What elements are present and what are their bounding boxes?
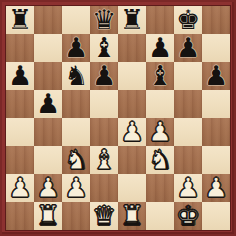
piece-white-pawn[interactable]: ♟ [176,174,200,202]
square-h7[interactable] [202,34,230,62]
piece-black-pawn[interactable]: ♟ [64,34,88,62]
square-b8[interactable] [34,6,62,34]
piece-black-queen[interactable]: ♛ [92,6,116,34]
piece-white-knight[interactable]: ♞ [64,146,88,174]
square-h4[interactable] [202,118,230,146]
square-a8[interactable]: ♜ [6,6,34,34]
piece-black-rook[interactable]: ♜ [8,6,32,34]
square-e7[interactable] [118,34,146,62]
square-c7[interactable]: ♟ [62,34,90,62]
square-g8[interactable]: ♚ [174,6,202,34]
piece-black-bishop[interactable]: ♝ [148,62,172,90]
square-b5[interactable]: ♟ [34,90,62,118]
piece-black-king[interactable]: ♚ [176,6,200,34]
square-b6[interactable] [34,62,62,90]
piece-white-rook[interactable]: ♜ [36,202,60,230]
square-a5[interactable] [6,90,34,118]
square-f5[interactable] [146,90,174,118]
square-g7[interactable]: ♟ [174,34,202,62]
square-f1[interactable] [146,202,174,230]
square-h5[interactable] [202,90,230,118]
square-d5[interactable] [90,90,118,118]
square-c4[interactable] [62,118,90,146]
square-c2[interactable]: ♟ [62,174,90,202]
piece-white-pawn[interactable]: ♟ [8,174,32,202]
square-c5[interactable] [62,90,90,118]
square-f2[interactable] [146,174,174,202]
square-a7[interactable] [6,34,34,62]
square-d4[interactable] [90,118,118,146]
square-d1[interactable]: ♛ [90,202,118,230]
square-e5[interactable] [118,90,146,118]
square-b1[interactable]: ♜ [34,202,62,230]
square-e8[interactable]: ♜ [118,6,146,34]
square-f7[interactable]: ♟ [146,34,174,62]
square-a2[interactable]: ♟ [6,174,34,202]
piece-white-pawn[interactable]: ♟ [148,118,172,146]
piece-black-pawn[interactable]: ♟ [176,34,200,62]
square-f8[interactable] [146,6,174,34]
square-g5[interactable] [174,90,202,118]
square-f6[interactable]: ♝ [146,62,174,90]
piece-black-rook[interactable]: ♜ [120,6,144,34]
square-h8[interactable] [202,6,230,34]
square-a6[interactable]: ♟ [6,62,34,90]
square-d6[interactable]: ♟ [90,62,118,90]
board-frame: ♜♛♜♚♟♝♟♟♟♞♟♝♟♟♟♟♞♝♞♟♟♟♟♟♜♛♜♚ [0,0,236,236]
square-c3[interactable]: ♞ [62,146,90,174]
square-d8[interactable]: ♛ [90,6,118,34]
square-b3[interactable] [34,146,62,174]
square-b7[interactable] [34,34,62,62]
square-g3[interactable] [174,146,202,174]
square-b2[interactable]: ♟ [34,174,62,202]
piece-white-queen[interactable]: ♛ [92,202,116,230]
square-f3[interactable]: ♞ [146,146,174,174]
piece-white-knight[interactable]: ♞ [148,146,172,174]
square-h1[interactable] [202,202,230,230]
square-h3[interactable] [202,146,230,174]
square-e4[interactable]: ♟ [118,118,146,146]
piece-white-pawn[interactable]: ♟ [204,174,228,202]
square-a3[interactable] [6,146,34,174]
piece-white-pawn[interactable]: ♟ [120,118,144,146]
piece-white-pawn[interactable]: ♟ [36,174,60,202]
square-c8[interactable] [62,6,90,34]
square-a4[interactable] [6,118,34,146]
square-c1[interactable] [62,202,90,230]
square-e1[interactable]: ♜ [118,202,146,230]
piece-black-pawn[interactable]: ♟ [204,62,228,90]
piece-black-knight[interactable]: ♞ [64,62,88,90]
piece-black-pawn[interactable]: ♟ [148,34,172,62]
square-h6[interactable]: ♟ [202,62,230,90]
piece-white-rook[interactable]: ♜ [120,202,144,230]
square-h2[interactable]: ♟ [202,174,230,202]
piece-black-pawn[interactable]: ♟ [8,62,32,90]
piece-white-king[interactable]: ♚ [176,202,200,230]
piece-white-pawn[interactable]: ♟ [64,174,88,202]
square-g6[interactable] [174,62,202,90]
square-f4[interactable]: ♟ [146,118,174,146]
piece-black-pawn[interactable]: ♟ [36,90,60,118]
square-c6[interactable]: ♞ [62,62,90,90]
square-e6[interactable] [118,62,146,90]
piece-black-bishop[interactable]: ♝ [92,34,116,62]
square-d7[interactable]: ♝ [90,34,118,62]
square-e2[interactable] [118,174,146,202]
piece-black-pawn[interactable]: ♟ [92,62,116,90]
square-d3[interactable]: ♝ [90,146,118,174]
square-e3[interactable] [118,146,146,174]
square-d2[interactable] [90,174,118,202]
square-b4[interactable] [34,118,62,146]
square-a1[interactable] [6,202,34,230]
chess-board: ♜♛♜♚♟♝♟♟♟♞♟♝♟♟♟♟♞♝♞♟♟♟♟♟♜♛♜♚ [6,6,230,230]
piece-white-bishop[interactable]: ♝ [92,146,116,174]
square-g4[interactable] [174,118,202,146]
square-g2[interactable]: ♟ [174,174,202,202]
square-g1[interactable]: ♚ [174,202,202,230]
